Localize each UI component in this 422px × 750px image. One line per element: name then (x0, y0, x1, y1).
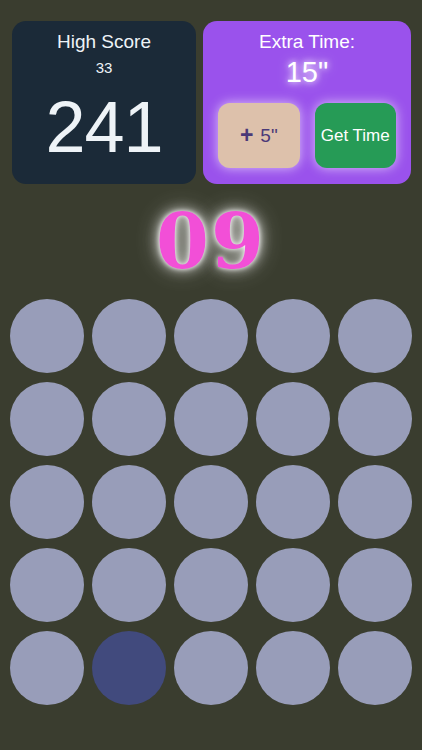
board-cell[interactable] (92, 382, 166, 456)
board-cell[interactable] (10, 631, 84, 705)
board-cell[interactable] (92, 299, 166, 373)
extra-time-buttons: + 5" Get Time (203, 103, 411, 168)
countdown-timer: 09 (0, 184, 422, 299)
current-score: 241 (45, 76, 162, 184)
board-cell[interactable] (256, 548, 330, 622)
add-time-button[interactable]: + 5" (218, 103, 300, 168)
high-score-panel: High Score 33 241 (12, 21, 196, 184)
high-score-value: 33 (96, 59, 113, 76)
get-time-button[interactable]: Get Time (315, 103, 397, 168)
board-cell[interactable] (256, 382, 330, 456)
add-time-amount: 5" (260, 125, 277, 147)
board-cell[interactable] (256, 465, 330, 539)
extra-time-panel: Extra Time: 15" + 5" Get Time (203, 21, 411, 184)
board-cell[interactable] (256, 631, 330, 705)
extra-time-label: Extra Time: (259, 31, 355, 53)
board-cell[interactable] (338, 631, 412, 705)
board-cell[interactable] (174, 465, 248, 539)
board-cell[interactable] (174, 382, 248, 456)
board-cell[interactable] (10, 465, 84, 539)
board-cell[interactable] (174, 299, 248, 373)
plus-icon: + (240, 124, 253, 147)
board-cell-odd[interactable] (92, 631, 166, 705)
board-cell[interactable] (338, 382, 412, 456)
scoreboard: High Score 33 241 Extra Time: 15" + 5" G… (0, 0, 422, 184)
extra-time-value: 15" (286, 56, 329, 89)
board-cell[interactable] (10, 382, 84, 456)
game-screen: High Score 33 241 Extra Time: 15" + 5" G… (0, 0, 422, 705)
board-cell[interactable] (338, 299, 412, 373)
board-cell[interactable] (174, 631, 248, 705)
board-cell[interactable] (10, 548, 84, 622)
board-cell[interactable] (256, 299, 330, 373)
board-cell[interactable] (92, 465, 166, 539)
high-score-label: High Score (57, 31, 151, 53)
board-cell[interactable] (10, 299, 84, 373)
board-cell[interactable] (92, 548, 166, 622)
board-cell[interactable] (174, 548, 248, 622)
game-board (0, 299, 422, 705)
board-cell[interactable] (338, 548, 412, 622)
board-cell[interactable] (338, 465, 412, 539)
